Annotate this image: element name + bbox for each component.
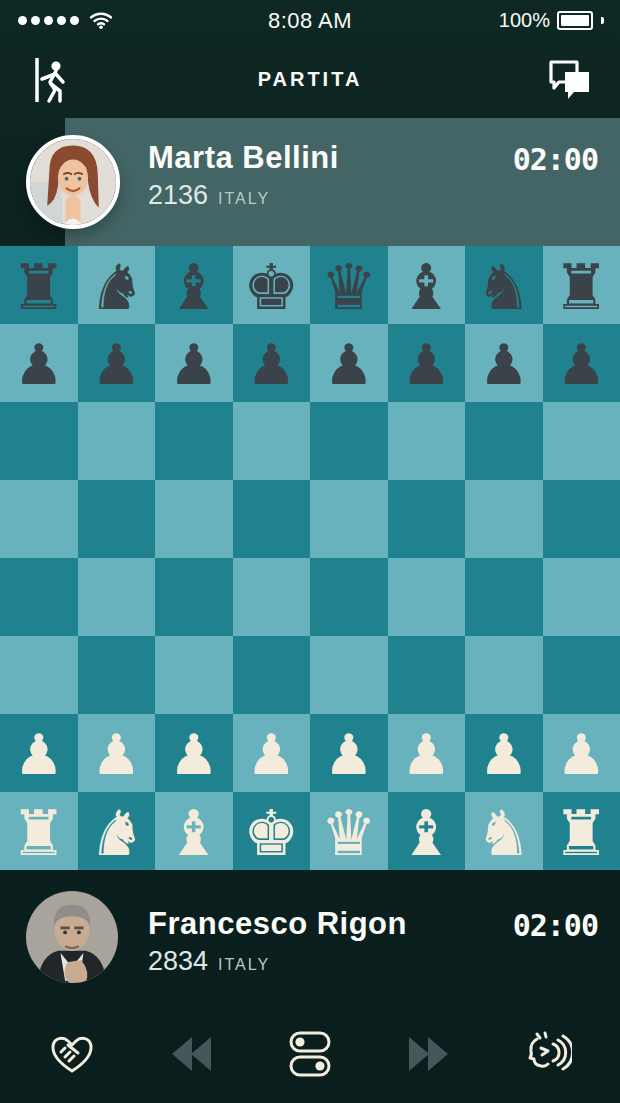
square-a4[interactable]: [0, 558, 78, 636]
square-h6[interactable]: [543, 402, 620, 480]
battery-percent-label: 100%: [499, 9, 550, 32]
rewind-icon: [169, 1034, 213, 1074]
square-b7[interactable]: ♟: [78, 324, 156, 402]
square-e1[interactable]: ♛: [310, 792, 388, 870]
square-f7[interactable]: ♟: [388, 324, 466, 402]
white-pawn-piece[interactable]: ♟: [310, 714, 388, 792]
square-h7[interactable]: ♟: [543, 324, 620, 402]
player-subline: 2834 ITALY: [148, 946, 270, 977]
white-bishop-piece[interactable]: ♝: [155, 792, 233, 870]
black-pawn-piece[interactable]: ♟: [155, 324, 233, 402]
player-card-white: Francesco Rigon 2834 ITALY 02:00: [0, 870, 620, 1004]
square-b1[interactable]: ♞: [78, 792, 156, 870]
square-g1[interactable]: ♞: [465, 792, 543, 870]
square-g3[interactable]: [465, 636, 543, 714]
man-portrait: [26, 891, 118, 983]
black-pawn-piece[interactable]: ♟: [465, 324, 543, 402]
white-rook-piece[interactable]: ♜: [543, 792, 620, 870]
square-c2[interactable]: ♟: [155, 714, 233, 792]
square-h3[interactable]: [543, 636, 620, 714]
square-a5[interactable]: [0, 480, 78, 558]
square-b3[interactable]: [78, 636, 156, 714]
white-rook-piece[interactable]: ♜: [0, 792, 78, 870]
white-queen-piece[interactable]: ♛: [310, 792, 388, 870]
rewind-button[interactable]: [165, 1028, 217, 1080]
settings-toggles-button[interactable]: [284, 1028, 336, 1080]
avatar-francesco-rigon[interactable]: [26, 891, 118, 983]
square-g4[interactable]: [465, 558, 543, 636]
square-d3[interactable]: [233, 636, 311, 714]
black-king-piece[interactable]: ♚: [233, 246, 311, 324]
square-f1[interactable]: ♝: [388, 792, 466, 870]
black-pawn-piece[interactable]: ♟: [388, 324, 466, 402]
forward-button[interactable]: [403, 1028, 455, 1080]
square-h5[interactable]: [543, 480, 620, 558]
player-country: ITALY: [218, 956, 270, 974]
black-rook-piece[interactable]: ♜: [0, 246, 78, 324]
white-pawn-piece[interactable]: ♟: [0, 714, 78, 792]
draw-offer-button[interactable]: [46, 1028, 98, 1080]
woman-portrait: [30, 139, 116, 225]
black-pawn-piece[interactable]: ♟: [310, 324, 388, 402]
square-d1[interactable]: ♚: [233, 792, 311, 870]
player-rating: 2834: [148, 946, 208, 977]
player-rating: 2136: [148, 180, 208, 211]
square-g8[interactable]: ♞: [465, 246, 543, 324]
black-bishop-piece[interactable]: ♝: [155, 246, 233, 324]
square-a1[interactable]: ♜: [0, 792, 78, 870]
square-d7[interactable]: ♟: [233, 324, 311, 402]
battery-icon: [557, 11, 593, 30]
game-toolbar: [0, 1004, 620, 1103]
square-c4[interactable]: [155, 558, 233, 636]
chat-bubbles-icon: [547, 58, 593, 102]
square-b6[interactable]: [78, 402, 156, 480]
shout-icon: [524, 1031, 572, 1077]
square-e8[interactable]: ♛: [310, 246, 388, 324]
square-c6[interactable]: [155, 402, 233, 480]
square-d5[interactable]: [233, 480, 311, 558]
square-f4[interactable]: [388, 558, 466, 636]
chess-board: ♜♞♝♚♛♝♞♜♟♟♟♟♟♟♟♟♟♟♟♟♟♟♟♟♜♞♝♚♛♝♞♜: [0, 246, 620, 870]
white-pawn-piece[interactable]: ♟: [388, 714, 466, 792]
status-bar: 8:08 AM 100%: [0, 0, 620, 40]
square-a6[interactable]: [0, 402, 78, 480]
square-b2[interactable]: ♟: [78, 714, 156, 792]
square-e5[interactable]: [310, 480, 388, 558]
black-queen-piece[interactable]: ♛: [310, 246, 388, 324]
square-g7[interactable]: ♟: [465, 324, 543, 402]
square-b8[interactable]: ♞: [78, 246, 156, 324]
black-pawn-piece[interactable]: ♟: [78, 324, 156, 402]
toggles-icon: [286, 1029, 334, 1079]
square-f5[interactable]: [388, 480, 466, 558]
square-a3[interactable]: [0, 636, 78, 714]
square-a8[interactable]: ♜: [0, 246, 78, 324]
black-bishop-piece[interactable]: ♝: [388, 246, 466, 324]
player-clock: 02:00: [513, 142, 598, 177]
square-h4[interactable]: [543, 558, 620, 636]
square-g5[interactable]: [465, 480, 543, 558]
square-e2[interactable]: ♟: [310, 714, 388, 792]
square-c8[interactable]: ♝: [155, 246, 233, 324]
square-e4[interactable]: [310, 558, 388, 636]
white-pawn-piece[interactable]: ♟: [155, 714, 233, 792]
square-d4[interactable]: [233, 558, 311, 636]
square-d8[interactable]: ♚: [233, 246, 311, 324]
white-pawn-piece[interactable]: ♟: [543, 714, 620, 792]
white-pawn-piece[interactable]: ♟: [233, 714, 311, 792]
square-g6[interactable]: [465, 402, 543, 480]
black-knight-piece[interactable]: ♞: [465, 246, 543, 324]
square-g2[interactable]: ♟: [465, 714, 543, 792]
player-name: Francesco Rigon: [148, 906, 407, 942]
white-knight-piece[interactable]: ♞: [78, 792, 156, 870]
square-f6[interactable]: [388, 402, 466, 480]
square-a2[interactable]: ♟: [0, 714, 78, 792]
square-b4[interactable]: [78, 558, 156, 636]
player-name: Marta Bellini: [148, 140, 339, 176]
black-rook-piece[interactable]: ♜: [543, 246, 620, 324]
square-h2[interactable]: ♟: [543, 714, 620, 792]
shout-button[interactable]: [522, 1028, 574, 1080]
square-h1[interactable]: ♜: [543, 792, 620, 870]
chat-button[interactable]: [542, 52, 598, 108]
square-c3[interactable]: [155, 636, 233, 714]
square-f2[interactable]: ♟: [388, 714, 466, 792]
square-c5[interactable]: [155, 480, 233, 558]
black-pawn-piece[interactable]: ♟: [233, 324, 311, 402]
white-bishop-piece[interactable]: ♝: [388, 792, 466, 870]
square-f8[interactable]: ♝: [388, 246, 466, 324]
page-title: PARTITA: [0, 68, 620, 91]
square-a7[interactable]: ♟: [0, 324, 78, 402]
square-e7[interactable]: ♟: [310, 324, 388, 402]
square-c7[interactable]: ♟: [155, 324, 233, 402]
player-clock: 02:00: [513, 908, 598, 943]
square-f3[interactable]: [388, 636, 466, 714]
battery-indicator: 100%: [499, 9, 604, 32]
player-card-black: Marta Bellini 2136 ITALY 02:00: [0, 118, 620, 246]
player-country: ITALY: [218, 190, 270, 208]
square-h8[interactable]: ♜: [543, 246, 620, 324]
square-d6[interactable]: [233, 402, 311, 480]
player-subline: 2136 ITALY: [148, 180, 270, 211]
black-knight-piece[interactable]: ♞: [78, 246, 156, 324]
black-pawn-piece[interactable]: ♟: [543, 324, 620, 402]
avatar-marta-bellini[interactable]: [26, 135, 120, 229]
handshake-icon: [47, 1031, 97, 1077]
partita-screen: 8:08 AM 100% PARTITA: [0, 0, 620, 1103]
header: PARTITA: [0, 40, 620, 118]
white-knight-piece[interactable]: ♞: [465, 792, 543, 870]
black-pawn-piece[interactable]: ♟: [0, 324, 78, 402]
square-b5[interactable]: [78, 480, 156, 558]
square-e3[interactable]: [310, 636, 388, 714]
white-pawn-piece[interactable]: ♟: [78, 714, 156, 792]
fast-forward-icon: [407, 1034, 451, 1074]
square-c1[interactable]: ♝: [155, 792, 233, 870]
white-king-piece[interactable]: ♚: [233, 792, 311, 870]
square-e6[interactable]: [310, 402, 388, 480]
square-d2[interactable]: ♟: [233, 714, 311, 792]
white-pawn-piece[interactable]: ♟: [465, 714, 543, 792]
